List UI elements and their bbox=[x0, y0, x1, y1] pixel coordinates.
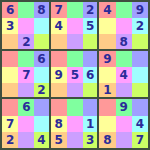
cell-r4c1[interactable] bbox=[2, 51, 18, 67]
cell-r4c2[interactable] bbox=[18, 51, 34, 67]
cell-r2c1[interactable]: 3 bbox=[2, 18, 18, 34]
cell-r7c5[interactable] bbox=[67, 99, 83, 115]
cell-r8c7[interactable] bbox=[99, 116, 115, 132]
cell-r2c8[interactable] bbox=[116, 18, 132, 34]
cell-r8c8[interactable] bbox=[116, 116, 132, 132]
cell-r5c2[interactable]: 7 bbox=[18, 67, 34, 83]
cell-r3c4[interactable] bbox=[51, 34, 67, 50]
cell-r5c4[interactable]: 9 bbox=[51, 67, 67, 83]
cell-r8c2[interactable] bbox=[18, 116, 34, 132]
cell-r3c9[interactable] bbox=[132, 34, 148, 50]
cell-r9c9[interactable]: 7 bbox=[132, 132, 148, 148]
cell-r4c8[interactable] bbox=[116, 51, 132, 67]
cell-r1c9[interactable]: 9 bbox=[132, 2, 148, 18]
cell-r7c1[interactable] bbox=[2, 99, 18, 115]
cell-r6c1[interactable] bbox=[2, 83, 18, 99]
cell-r7c8[interactable]: 9 bbox=[116, 99, 132, 115]
cell-r1c2[interactable] bbox=[18, 2, 34, 18]
cell-r7c6[interactable] bbox=[83, 99, 99, 115]
cell-r3c7[interactable] bbox=[99, 34, 115, 50]
cell-r6c9[interactable] bbox=[132, 83, 148, 99]
cell-r2c5[interactable] bbox=[67, 18, 83, 34]
cell-r8c1[interactable]: 7 bbox=[2, 116, 18, 132]
cell-r2c3[interactable] bbox=[34, 18, 50, 34]
cell-r9c5[interactable] bbox=[67, 132, 83, 148]
cell-r6c8[interactable] bbox=[116, 83, 132, 99]
cell-r2c9[interactable]: 2 bbox=[132, 18, 148, 34]
cell-r6c6[interactable] bbox=[83, 83, 99, 99]
cell-r4c9[interactable] bbox=[132, 51, 148, 67]
cell-r4c4[interactable] bbox=[51, 51, 67, 67]
cell-r4c7[interactable]: 9 bbox=[99, 51, 115, 67]
cell-r9c3[interactable]: 4 bbox=[34, 132, 50, 148]
cell-r9c2[interactable] bbox=[18, 132, 34, 148]
cell-r5c8[interactable]: 4 bbox=[116, 67, 132, 83]
cell-r8c9[interactable]: 4 bbox=[132, 116, 148, 132]
cell-r1c8[interactable] bbox=[116, 2, 132, 18]
cell-r2c7[interactable] bbox=[99, 18, 115, 34]
cell-r9c6[interactable]: 3 bbox=[83, 132, 99, 148]
cell-r7c3[interactable] bbox=[34, 99, 50, 115]
cell-r5c5[interactable]: 5 bbox=[67, 67, 83, 83]
cell-r3c6[interactable] bbox=[83, 34, 99, 50]
cell-r6c3[interactable]: 2 bbox=[34, 83, 50, 99]
cell-r3c8[interactable]: 8 bbox=[116, 34, 132, 50]
cell-r8c3[interactable] bbox=[34, 116, 50, 132]
cell-r5c6[interactable]: 6 bbox=[83, 67, 99, 83]
cell-r7c9[interactable] bbox=[132, 99, 148, 115]
cell-r2c2[interactable] bbox=[18, 18, 34, 34]
cell-r6c7[interactable]: 1 bbox=[99, 83, 115, 99]
cell-r1c6[interactable]: 2 bbox=[83, 2, 99, 18]
cell-r9c8[interactable] bbox=[116, 132, 132, 148]
cell-r3c2[interactable]: 2 bbox=[18, 34, 34, 50]
cell-r2c4[interactable]: 4 bbox=[51, 18, 67, 34]
cell-r9c7[interactable]: 8 bbox=[99, 132, 115, 148]
cell-r4c3[interactable]: 6 bbox=[34, 51, 50, 67]
cell-r1c4[interactable]: 7 bbox=[51, 2, 67, 18]
cell-r3c5[interactable] bbox=[67, 34, 83, 50]
cell-r3c1[interactable] bbox=[2, 34, 18, 50]
cell-r8c5[interactable] bbox=[67, 116, 83, 132]
cell-r7c7[interactable] bbox=[99, 99, 115, 115]
sudoku-board: 687249345228697956421697814245387 bbox=[0, 0, 150, 150]
cell-r3c3[interactable] bbox=[34, 34, 50, 50]
cell-r5c9[interactable] bbox=[132, 67, 148, 83]
cell-r6c2[interactable] bbox=[18, 83, 34, 99]
cell-r9c4[interactable]: 5 bbox=[51, 132, 67, 148]
cell-r8c6[interactable]: 1 bbox=[83, 116, 99, 132]
cell-r1c1[interactable]: 6 bbox=[2, 2, 18, 18]
cell-r4c5[interactable] bbox=[67, 51, 83, 67]
cell-r9c1[interactable]: 2 bbox=[2, 132, 18, 148]
cell-r7c4[interactable] bbox=[51, 99, 67, 115]
cell-r6c5[interactable] bbox=[67, 83, 83, 99]
cell-r5c7[interactable] bbox=[99, 67, 115, 83]
cell-r1c3[interactable]: 8 bbox=[34, 2, 50, 18]
cell-r1c5[interactable] bbox=[67, 2, 83, 18]
cell-r6c4[interactable] bbox=[51, 83, 67, 99]
cell-r4c6[interactable] bbox=[83, 51, 99, 67]
cell-r5c3[interactable] bbox=[34, 67, 50, 83]
cell-r8c4[interactable]: 8 bbox=[51, 116, 67, 132]
cell-r1c7[interactable]: 4 bbox=[99, 2, 115, 18]
cell-r2c6[interactable]: 5 bbox=[83, 18, 99, 34]
cell-r7c2[interactable]: 6 bbox=[18, 99, 34, 115]
cell-r5c1[interactable] bbox=[2, 67, 18, 83]
